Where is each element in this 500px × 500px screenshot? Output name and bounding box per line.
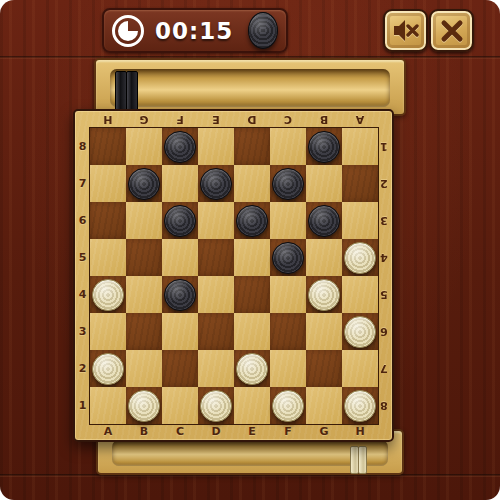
white-piece-d1[interactable] xyxy=(200,390,232,422)
square-a7[interactable] xyxy=(90,165,126,202)
square-d7[interactable] xyxy=(198,165,234,202)
square-d2[interactable] xyxy=(198,350,234,387)
rank-labels-right: 12345678 xyxy=(376,128,392,424)
black-piece-f5[interactable] xyxy=(272,242,304,274)
square-g6[interactable] xyxy=(306,202,342,239)
square-f3[interactable] xyxy=(270,313,306,350)
square-a3[interactable] xyxy=(90,313,126,350)
coordinate-label-d: D xyxy=(234,111,270,128)
coordinate-label-g: G xyxy=(306,422,342,440)
timer-panel: 00:15 xyxy=(102,8,288,53)
coordinate-label-f: F xyxy=(270,422,306,440)
mute-speaker-icon xyxy=(392,18,419,43)
white-piece-e2[interactable] xyxy=(236,353,268,385)
coordinate-label-h: H xyxy=(90,111,126,128)
file-labels-top: HGFEDCBA xyxy=(90,111,378,128)
square-d1[interactable] xyxy=(198,387,234,424)
square-d3[interactable] xyxy=(198,313,234,350)
white-piece-b1[interactable] xyxy=(128,390,160,422)
coordinate-label-b: B xyxy=(306,111,342,128)
square-g3[interactable] xyxy=(306,313,342,350)
square-e8[interactable] xyxy=(234,128,270,165)
turn-indicator-black-piece xyxy=(248,12,278,49)
coordinate-label-7: 7 xyxy=(376,350,392,387)
square-g8[interactable] xyxy=(306,128,342,165)
square-b3[interactable] xyxy=(126,313,162,350)
coordinate-label-h: H xyxy=(342,422,378,440)
coordinate-label-e: E xyxy=(234,422,270,440)
square-e5[interactable] xyxy=(234,239,270,276)
white-piece-h1[interactable] xyxy=(344,390,376,422)
square-c4[interactable] xyxy=(162,276,198,313)
coordinate-label-5: 5 xyxy=(75,239,90,276)
coordinate-label-6: 6 xyxy=(75,202,90,239)
file-labels-bottom: ABCDEFGH xyxy=(90,422,378,440)
black-piece-e6[interactable] xyxy=(236,205,268,237)
coordinate-label-a: A xyxy=(342,111,378,128)
square-d8[interactable] xyxy=(198,128,234,165)
close-x-icon xyxy=(440,19,464,43)
square-h7[interactable] xyxy=(342,165,378,202)
square-g7[interactable] xyxy=(306,165,342,202)
timer-pie-fill xyxy=(118,21,138,41)
square-e7[interactable] xyxy=(234,165,270,202)
black-piece-f7[interactable] xyxy=(272,168,304,200)
tray-groove xyxy=(112,440,388,466)
captured-white-piece xyxy=(350,446,359,474)
coordinate-label-7: 7 xyxy=(75,165,90,202)
board-grid xyxy=(90,128,378,424)
square-c1[interactable] xyxy=(162,387,198,424)
square-c6[interactable] xyxy=(162,202,198,239)
square-e3[interactable] xyxy=(234,313,270,350)
square-h5[interactable] xyxy=(342,239,378,276)
coordinate-label-3: 3 xyxy=(75,313,90,350)
square-h3[interactable] xyxy=(342,313,378,350)
square-d4[interactable] xyxy=(198,276,234,313)
black-piece-c6[interactable] xyxy=(164,205,196,237)
square-e1[interactable] xyxy=(234,387,270,424)
white-piece-f1[interactable] xyxy=(272,390,304,422)
square-e2[interactable] xyxy=(234,350,270,387)
coordinate-label-e: E xyxy=(198,111,234,128)
square-f7[interactable] xyxy=(270,165,306,202)
square-b4[interactable] xyxy=(126,276,162,313)
tray-groove xyxy=(110,69,390,107)
square-h8[interactable] xyxy=(342,128,378,165)
coordinate-label-g: G xyxy=(126,111,162,128)
black-piece-c8[interactable] xyxy=(164,131,196,163)
square-b1[interactable] xyxy=(126,387,162,424)
black-piece-d7[interactable] xyxy=(200,168,232,200)
coordinate-label-1: 1 xyxy=(376,128,392,165)
square-d6[interactable] xyxy=(198,202,234,239)
square-c5[interactable] xyxy=(162,239,198,276)
square-e4[interactable] xyxy=(234,276,270,313)
square-d5[interactable] xyxy=(198,239,234,276)
coordinate-label-c: C xyxy=(162,422,198,440)
square-b6[interactable] xyxy=(126,202,162,239)
coordinate-label-2: 2 xyxy=(376,165,392,202)
black-piece-b7[interactable] xyxy=(128,168,160,200)
coordinate-label-8: 8 xyxy=(376,387,392,424)
square-f6[interactable] xyxy=(270,202,306,239)
white-piece-h5[interactable] xyxy=(344,242,376,274)
coordinate-label-8: 8 xyxy=(75,128,90,165)
square-h1[interactable] xyxy=(342,387,378,424)
mute-button[interactable] xyxy=(383,9,428,52)
square-b2[interactable] xyxy=(126,350,162,387)
coordinate-label-1: 1 xyxy=(75,387,90,424)
square-h4[interactable] xyxy=(342,276,378,313)
coordinate-label-6: 6 xyxy=(376,313,392,350)
square-f1[interactable] xyxy=(270,387,306,424)
square-g4[interactable] xyxy=(306,276,342,313)
square-b5[interactable] xyxy=(126,239,162,276)
coordinate-label-c: C xyxy=(270,111,306,128)
coordinate-label-a: A xyxy=(90,422,126,440)
square-f4[interactable] xyxy=(270,276,306,313)
square-a8[interactable] xyxy=(90,128,126,165)
square-c7[interactable] xyxy=(162,165,198,202)
coordinate-label-3: 3 xyxy=(376,202,392,239)
black-piece-g8[interactable] xyxy=(308,131,340,163)
square-h6[interactable] xyxy=(342,202,378,239)
square-a6[interactable] xyxy=(90,202,126,239)
white-piece-h3[interactable] xyxy=(344,316,376,348)
coordinate-label-4: 4 xyxy=(75,276,90,313)
checkers-board: HGFEDCBA ABCDEFGH 87654321 12345678 xyxy=(73,109,394,442)
white-piece-a2[interactable] xyxy=(92,353,124,385)
square-e6[interactable] xyxy=(234,202,270,239)
captured-white-piece xyxy=(358,446,367,474)
square-c2[interactable] xyxy=(162,350,198,387)
square-c8[interactable] xyxy=(162,128,198,165)
rank-labels-left: 87654321 xyxy=(75,128,90,424)
close-button[interactable] xyxy=(429,9,474,52)
square-g1[interactable] xyxy=(306,387,342,424)
coordinate-label-d: D xyxy=(198,422,234,440)
square-h2[interactable] xyxy=(342,350,378,387)
square-a1[interactable] xyxy=(90,387,126,424)
square-f8[interactable] xyxy=(270,128,306,165)
square-g2[interactable] xyxy=(306,350,342,387)
white-piece-a4[interactable] xyxy=(92,279,124,311)
black-piece-g6[interactable] xyxy=(308,205,340,237)
square-a4[interactable] xyxy=(90,276,126,313)
white-piece-g4[interactable] xyxy=(308,279,340,311)
coordinate-label-f: F xyxy=(162,111,198,128)
timer-value: 00:15 xyxy=(155,18,233,44)
coordinate-label-4: 4 xyxy=(376,239,392,276)
square-b7[interactable] xyxy=(126,165,162,202)
coordinate-label-5: 5 xyxy=(376,276,392,313)
captured-black-tray xyxy=(94,58,406,116)
square-g5[interactable] xyxy=(306,239,342,276)
square-b8[interactable] xyxy=(126,128,162,165)
square-a5[interactable] xyxy=(90,239,126,276)
black-piece-c4[interactable] xyxy=(164,279,196,311)
square-f5[interactable] xyxy=(270,239,306,276)
square-f2[interactable] xyxy=(270,350,306,387)
square-a2[interactable] xyxy=(90,350,126,387)
square-c3[interactable] xyxy=(162,313,198,350)
coordinate-label-b: B xyxy=(126,422,162,440)
timer-pie-icon xyxy=(112,15,144,47)
coordinate-label-2: 2 xyxy=(75,350,90,387)
checkers-game-screen: 00:15 HGFEDCBA ABCDEFGH 87654321 1234567… xyxy=(0,0,500,500)
